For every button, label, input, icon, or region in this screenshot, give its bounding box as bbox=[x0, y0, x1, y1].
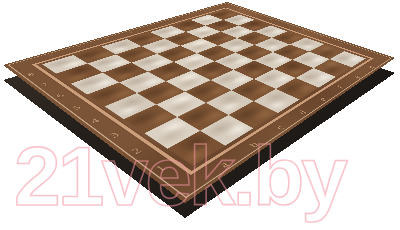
product-photo: 8877665544332211aabbccddeeffgghh 21vek.b… bbox=[0, 0, 400, 230]
